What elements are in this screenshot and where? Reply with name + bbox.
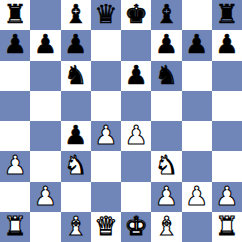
square-b5[interactable]	[30, 91, 60, 121]
square-h1[interactable]: ♜	[212, 212, 242, 242]
square-e8[interactable]: ♚	[121, 0, 151, 30]
square-e5[interactable]	[121, 91, 151, 121]
square-a6[interactable]	[0, 61, 30, 91]
black-king-piece: ♚	[124, 1, 147, 27]
black-pawn-piece: ♟	[34, 31, 57, 57]
square-g6[interactable]	[182, 61, 212, 91]
square-e7[interactable]	[121, 30, 151, 60]
square-a1[interactable]: ♜	[0, 212, 30, 242]
white-rook-piece: ♜	[3, 213, 26, 239]
square-g1[interactable]	[182, 212, 212, 242]
square-h7[interactable]: ♟	[212, 30, 242, 60]
black-queen-piece: ♛	[94, 1, 117, 27]
square-f5[interactable]	[151, 91, 181, 121]
white-king-piece: ♚	[124, 213, 147, 239]
square-c8[interactable]: ♝	[61, 0, 91, 30]
square-a3[interactable]: ♟	[0, 151, 30, 181]
square-b4[interactable]	[30, 121, 60, 151]
white-pawn-piece: ♟	[124, 122, 147, 148]
black-knight-piece: ♞	[64, 62, 87, 88]
square-d5[interactable]	[91, 91, 121, 121]
square-f4[interactable]	[151, 121, 181, 151]
square-h5[interactable]	[212, 91, 242, 121]
black-pawn-piece: ♟	[215, 31, 238, 57]
black-pawn-piece: ♟	[155, 31, 178, 57]
square-a2[interactable]	[0, 182, 30, 212]
square-h4[interactable]	[212, 121, 242, 151]
square-f7[interactable]: ♟	[151, 30, 181, 60]
white-pawn-piece: ♟	[94, 122, 117, 148]
square-d6[interactable]	[91, 61, 121, 91]
square-c7[interactable]: ♟	[61, 30, 91, 60]
square-h2[interactable]: ♟	[212, 182, 242, 212]
square-d8[interactable]: ♛	[91, 0, 121, 30]
white-knight-piece: ♞	[64, 152, 87, 178]
black-knight-piece: ♞	[155, 62, 178, 88]
square-f1[interactable]: ♝	[151, 212, 181, 242]
square-b2[interactable]: ♟	[30, 182, 60, 212]
square-g2[interactable]: ♟	[182, 182, 212, 212]
square-c6[interactable]: ♞	[61, 61, 91, 91]
square-b6[interactable]	[30, 61, 60, 91]
black-pawn-piece: ♟	[124, 62, 147, 88]
square-a4[interactable]	[0, 121, 30, 151]
square-e6[interactable]: ♟	[121, 61, 151, 91]
white-knight-piece: ♞	[155, 152, 178, 178]
square-a8[interactable]: ♜	[0, 0, 30, 30]
square-d4[interactable]: ♟	[91, 121, 121, 151]
black-bishop-piece: ♝	[155, 1, 178, 27]
square-b3[interactable]	[30, 151, 60, 181]
square-g5[interactable]	[182, 91, 212, 121]
square-a7[interactable]: ♟	[0, 30, 30, 60]
black-pawn-piece: ♟	[64, 31, 87, 57]
square-h3[interactable]	[212, 151, 242, 181]
square-d3[interactable]	[91, 151, 121, 181]
square-b1[interactable]	[30, 212, 60, 242]
square-h8[interactable]: ♜	[212, 0, 242, 30]
square-c2[interactable]	[61, 182, 91, 212]
black-rook-piece: ♜	[3, 1, 26, 27]
square-d1[interactable]: ♛	[91, 212, 121, 242]
square-g8[interactable]	[182, 0, 212, 30]
black-pawn-piece: ♟	[185, 31, 208, 57]
chess-board: ♜♝♛♚♝♜♟♟♟♟♟♟♞♟♞♟♟♟♟♞♞♟♟♟♟♜♝♛♚♝♜	[0, 0, 242, 242]
square-c5[interactable]	[61, 91, 91, 121]
square-b7[interactable]: ♟	[30, 30, 60, 60]
square-e3[interactable]	[121, 151, 151, 181]
square-g7[interactable]: ♟	[182, 30, 212, 60]
black-pawn-piece: ♟	[3, 31, 26, 57]
square-e1[interactable]: ♚	[121, 212, 151, 242]
square-f6[interactable]: ♞	[151, 61, 181, 91]
square-c1[interactable]: ♝	[61, 212, 91, 242]
white-bishop-piece: ♝	[64, 213, 87, 239]
white-queen-piece: ♛	[94, 213, 117, 239]
square-c3[interactable]: ♞	[61, 151, 91, 181]
black-pawn-piece: ♟	[64, 122, 87, 148]
square-b8[interactable]	[30, 0, 60, 30]
square-g3[interactable]	[182, 151, 212, 181]
square-d7[interactable]	[91, 30, 121, 60]
black-bishop-piece: ♝	[64, 1, 87, 27]
white-pawn-piece: ♟	[34, 183, 57, 209]
square-f8[interactable]: ♝	[151, 0, 181, 30]
square-h6[interactable]	[212, 61, 242, 91]
square-g4[interactable]	[182, 121, 212, 151]
square-c4[interactable]: ♟	[61, 121, 91, 151]
white-rook-piece: ♜	[215, 213, 238, 239]
white-bishop-piece: ♝	[155, 213, 178, 239]
white-pawn-piece: ♟	[185, 183, 208, 209]
white-pawn-piece: ♟	[155, 183, 178, 209]
square-f3[interactable]: ♞	[151, 151, 181, 181]
square-e2[interactable]	[121, 182, 151, 212]
white-pawn-piece: ♟	[3, 152, 26, 178]
black-rook-piece: ♜	[215, 1, 238, 27]
square-a5[interactable]	[0, 91, 30, 121]
square-e4[interactable]: ♟	[121, 121, 151, 151]
white-pawn-piece: ♟	[215, 183, 238, 209]
square-d2[interactable]	[91, 182, 121, 212]
square-f2[interactable]: ♟	[151, 182, 181, 212]
